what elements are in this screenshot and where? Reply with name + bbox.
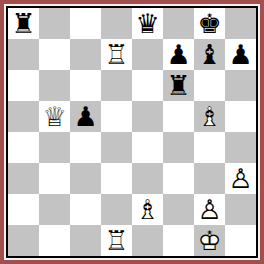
- square-h1[interactable]: [225, 225, 256, 256]
- square-b8[interactable]: [39, 8, 70, 39]
- square-g6[interactable]: [194, 70, 225, 101]
- black-king-piece: ♚: [197, 8, 221, 39]
- square-f3[interactable]: [163, 163, 194, 194]
- white-king-piece: ♚♔: [194, 225, 225, 256]
- square-b5[interactable]: ♛♕: [39, 101, 70, 132]
- square-f5[interactable]: [163, 101, 194, 132]
- black-pawn-piece: ♟: [228, 39, 252, 70]
- black-pawn-piece: ♟: [166, 39, 190, 70]
- black-pawn-piece: ♟: [73, 101, 97, 132]
- black-bishop-piece: ♝: [197, 39, 221, 70]
- white-rook-piece-outline: ♖: [101, 39, 132, 70]
- white-rook-piece: ♜♖: [101, 225, 132, 256]
- square-c4[interactable]: [70, 132, 101, 163]
- black-rook-piece: ♜: [11, 8, 35, 39]
- square-e8[interactable]: ♛: [132, 8, 163, 39]
- square-c6[interactable]: [70, 70, 101, 101]
- square-d2[interactable]: [101, 194, 132, 225]
- white-pawn-piece-outline: ♙: [225, 163, 256, 194]
- square-b7[interactable]: [39, 39, 70, 70]
- square-g5[interactable]: ♝♗: [194, 101, 225, 132]
- white-pawn-piece: ♟♙: [225, 163, 256, 194]
- square-a4[interactable]: [8, 132, 39, 163]
- square-d4[interactable]: [101, 132, 132, 163]
- square-e4[interactable]: [132, 132, 163, 163]
- white-pawn-piece: ♟♙: [194, 194, 225, 225]
- square-c5[interactable]: ♟: [70, 101, 101, 132]
- square-c1[interactable]: [70, 225, 101, 256]
- white-queen-piece: ♛♕: [39, 101, 70, 132]
- square-g4[interactable]: [194, 132, 225, 163]
- square-f4[interactable]: [163, 132, 194, 163]
- square-e3[interactable]: [132, 163, 163, 194]
- square-a8[interactable]: ♜: [8, 8, 39, 39]
- square-a7[interactable]: [8, 39, 39, 70]
- square-g2[interactable]: ♟♙: [194, 194, 225, 225]
- square-f7[interactable]: ♟: [163, 39, 194, 70]
- square-a3[interactable]: [8, 163, 39, 194]
- square-f6[interactable]: ♜: [163, 70, 194, 101]
- square-c7[interactable]: [70, 39, 101, 70]
- square-e2[interactable]: ♝♗: [132, 194, 163, 225]
- square-h2[interactable]: [225, 194, 256, 225]
- square-c8[interactable]: [70, 8, 101, 39]
- board-frame: ♜♛♚♜♖♟♝♟♜♛♕♟♝♗♟♙♝♗♟♙♜♖♚♔: [6, 6, 258, 258]
- square-f1[interactable]: [163, 225, 194, 256]
- square-h5[interactable]: [225, 101, 256, 132]
- black-rook-piece: ♜: [166, 70, 190, 101]
- square-d1[interactable]: ♜♖: [101, 225, 132, 256]
- square-d7[interactable]: ♜♖: [101, 39, 132, 70]
- white-rook-piece-outline: ♖: [101, 225, 132, 256]
- square-d3[interactable]: [101, 163, 132, 194]
- white-king-piece-outline: ♔: [194, 225, 225, 256]
- square-d5[interactable]: [101, 101, 132, 132]
- square-h3[interactable]: ♟♙: [225, 163, 256, 194]
- square-e1[interactable]: [132, 225, 163, 256]
- square-b6[interactable]: [39, 70, 70, 101]
- square-f8[interactable]: [163, 8, 194, 39]
- square-a2[interactable]: [8, 194, 39, 225]
- square-g3[interactable]: [194, 163, 225, 194]
- square-e7[interactable]: [132, 39, 163, 70]
- black-queen-piece: ♛: [135, 8, 159, 39]
- square-b4[interactable]: [39, 132, 70, 163]
- square-e5[interactable]: [132, 101, 163, 132]
- white-rook-piece: ♜♖: [101, 39, 132, 70]
- square-b3[interactable]: [39, 163, 70, 194]
- square-c2[interactable]: [70, 194, 101, 225]
- square-h4[interactable]: [225, 132, 256, 163]
- square-b2[interactable]: [39, 194, 70, 225]
- square-g1[interactable]: ♚♔: [194, 225, 225, 256]
- chess-board: ♜♛♚♜♖♟♝♟♜♛♕♟♝♗♟♙♝♗♟♙♜♖♚♔: [8, 8, 256, 256]
- square-h8[interactable]: [225, 8, 256, 39]
- square-g7[interactable]: ♝: [194, 39, 225, 70]
- white-bishop-piece-outline: ♗: [132, 194, 163, 225]
- square-a6[interactable]: [8, 70, 39, 101]
- screenshot-border: ♜♛♚♜♖♟♝♟♜♛♕♟♝♗♟♙♝♗♟♙♜♖♚♔: [0, 0, 264, 264]
- square-d8[interactable]: [101, 8, 132, 39]
- square-a5[interactable]: [8, 101, 39, 132]
- white-bishop-piece-outline: ♗: [194, 101, 225, 132]
- square-g8[interactable]: ♚: [194, 8, 225, 39]
- white-pawn-piece-outline: ♙: [194, 194, 225, 225]
- square-a1[interactable]: [8, 225, 39, 256]
- square-f2[interactable]: [163, 194, 194, 225]
- square-d6[interactable]: [101, 70, 132, 101]
- square-c3[interactable]: [70, 163, 101, 194]
- square-e6[interactable]: [132, 70, 163, 101]
- white-queen-piece-outline: ♕: [39, 101, 70, 132]
- square-b1[interactable]: [39, 225, 70, 256]
- white-bishop-piece: ♝♗: [132, 194, 163, 225]
- square-h7[interactable]: ♟: [225, 39, 256, 70]
- white-bishop-piece: ♝♗: [194, 101, 225, 132]
- square-h6[interactable]: [225, 70, 256, 101]
